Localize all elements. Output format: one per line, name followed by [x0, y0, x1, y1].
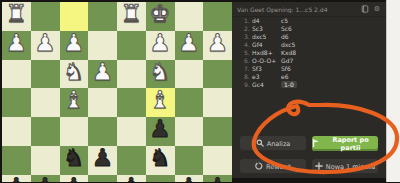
white-piece-b-f4: ♝	[60, 86, 89, 115]
white-piece-p-h2: ♟	[2, 29, 31, 58]
square-g1[interactable]	[31, 2, 60, 31]
square-e3[interactable]: ♟	[88, 60, 117, 89]
white-piece-p-g2: ♟	[31, 29, 60, 58]
square-f6[interactable]: ♞	[60, 146, 89, 175]
square-d5[interactable]	[117, 117, 146, 146]
square-f4[interactable]: ♝	[60, 88, 89, 117]
move-number: 1.	[244, 17, 252, 24]
white-piece-p-a2: ♟	[203, 29, 232, 58]
square-h5[interactable]	[2, 117, 31, 146]
square-e1[interactable]	[88, 2, 117, 31]
square-b3[interactable]	[175, 60, 204, 89]
white-piece-b-c4: ♝	[146, 86, 175, 115]
square-b7[interactable]: ♟	[175, 175, 204, 183]
analysis-button[interactable]: Analiza	[240, 136, 306, 151]
white-move[interactable]: Sf3	[252, 65, 281, 72]
square-g7[interactable]: ♟	[31, 175, 60, 183]
white-move[interactable]: dxc5	[252, 33, 281, 40]
square-h4[interactable]	[2, 88, 31, 117]
white-piece-r-h1: ♜	[2, 2, 31, 29]
white-move[interactable]: Gf4	[252, 41, 281, 48]
white-move[interactable]: O-O-O+	[252, 57, 281, 64]
square-d4[interactable]	[117, 88, 146, 117]
opening-name: Van Geet Opening: 1...c5 2.d4	[237, 6, 361, 13]
black-piece-p-c5: ♟	[146, 115, 175, 144]
square-d6[interactable]	[117, 146, 146, 175]
square-g6[interactable]	[31, 146, 60, 175]
report-button[interactable]: Raport po partii	[312, 136, 378, 151]
white-piece-p-e3: ♟	[88, 58, 117, 87]
square-b2[interactable]: ♟	[175, 31, 204, 60]
square-h6[interactable]	[2, 146, 31, 175]
square-b6[interactable]	[175, 146, 204, 175]
square-b4[interactable]	[175, 88, 204, 117]
square-c3[interactable]: ♞	[146, 60, 175, 89]
move-list: 1. d4 c5 2. Sc3 Sc6 3. dxc5 d6 4. Gf4 dx…	[232, 17, 386, 88]
square-c5[interactable]: ♟	[146, 117, 175, 146]
black-piece-p-g7: ♟	[31, 173, 60, 183]
square-f7[interactable]: ♟	[60, 175, 89, 183]
square-b5[interactable]	[175, 117, 204, 146]
square-g4[interactable]	[31, 88, 60, 117]
move-row: 1. d4 c5	[232, 17, 386, 25]
move-number: 7.	[244, 65, 252, 72]
black-move[interactable]: c5	[281, 17, 288, 24]
move-row: 4. Gf4 dxc5	[232, 41, 386, 49]
square-g3[interactable]	[31, 60, 60, 89]
white-piece-n-c3: ♞	[146, 58, 175, 87]
square-e5[interactable]	[88, 117, 117, 146]
opening-header: Van Geet Opening: 1...c5 2.d4 ⚙	[232, 2, 386, 17]
new-game-button[interactable]: Nowa 1 minuta	[312, 159, 378, 174]
square-g5[interactable]	[31, 117, 60, 146]
black-move[interactable]: Sc6	[281, 25, 292, 32]
black-piece-n-c6: ♞	[146, 144, 175, 173]
square-c2[interactable]: ♟	[146, 31, 175, 60]
white-move[interactable]: e3	[252, 73, 281, 80]
square-e6[interactable]: ♟	[88, 146, 117, 175]
move-number: 5.	[244, 49, 252, 56]
white-piece-p-f2: ♟	[60, 29, 89, 58]
square-d7[interactable]: ♝	[117, 175, 146, 183]
square-f2[interactable]: ♟	[60, 31, 89, 60]
move-row: 6. O-O-O+ Gd7	[232, 56, 386, 64]
square-h1[interactable]: ♜	[2, 2, 31, 31]
black-move[interactable]: dxc5	[281, 41, 295, 48]
move-row: 7. Sf3 Sf6	[232, 64, 386, 72]
white-piece-p-c2: ♟	[146, 29, 175, 58]
black-piece-p-e6: ♟	[88, 144, 117, 173]
black-piece-p-a7: ♟	[203, 173, 232, 183]
square-a2[interactable]: ♟	[203, 31, 232, 60]
black-move[interactable]: Gd7	[281, 57, 293, 64]
square-h3[interactable]	[2, 60, 31, 89]
black-piece-p-h7: ♟	[2, 173, 31, 183]
square-f3[interactable]: ♞	[60, 60, 89, 89]
square-d2[interactable]	[117, 31, 146, 60]
move-number: 2.	[244, 25, 252, 32]
report-label: Raport po partii	[323, 136, 378, 152]
white-move[interactable]: d4	[252, 17, 281, 24]
black-move[interactable]: d6	[281, 33, 289, 40]
rematch-label: Rewanż	[266, 163, 291, 171]
move-number: 4.	[244, 41, 252, 48]
square-e2[interactable]	[88, 31, 117, 60]
square-e4[interactable]	[88, 88, 117, 117]
restart-icon	[255, 162, 263, 172]
flag-icon	[312, 139, 320, 149]
analysis-label: Analiza	[267, 140, 291, 148]
move-row: 8. e3 e6	[232, 72, 386, 80]
page: { "game": "chess", "position": { "fen": …	[0, 0, 400, 182]
square-h7[interactable]: ♟	[2, 175, 31, 183]
settings-gear-icon[interactable]: ⚙	[373, 5, 381, 13]
black-piece-p-f7: ♟	[60, 173, 89, 183]
move-row: 3. dxc5 d6	[232, 33, 386, 41]
white-move[interactable]: Gc4	[252, 81, 281, 88]
action-buttons: Analiza Raport po partii Rewanż Nowa 1 m…	[240, 136, 378, 174]
page-gutter	[386, 0, 400, 182]
move-row: 2. Sc3 Sc6	[232, 25, 386, 33]
opening-book-icon[interactable]	[361, 5, 369, 13]
white-piece-p-b2: ♟	[175, 29, 204, 58]
square-e7[interactable]	[88, 175, 117, 183]
square-a6[interactable]	[203, 146, 232, 175]
black-move[interactable]: 1-0	[281, 81, 297, 88]
square-d3[interactable]	[117, 60, 146, 89]
square-c1[interactable]: ♚	[146, 2, 175, 31]
move-number: 8.	[244, 73, 252, 80]
white-piece-r-d1: ♜	[117, 2, 146, 29]
white-piece-n-f3: ♞	[60, 58, 89, 87]
sidebar-panel: Van Geet Opening: 1...c5 2.d4 ⚙ 1. d4 c5…	[232, 2, 386, 178]
chess-board: ♜♜♚♟♟♟♟♟♟♞♟♞♝♝♟♞♟♞♟♟♟♝♟♟	[2, 2, 232, 182]
square-d1[interactable]: ♜	[117, 2, 146, 31]
move-number: 9.	[244, 81, 252, 88]
white-piece-k-c1: ♚	[146, 2, 175, 29]
square-a7[interactable]: ♟	[203, 175, 232, 183]
square-b1[interactable]	[175, 2, 204, 31]
black-piece-b-d7: ♝	[117, 173, 146, 183]
rematch-button[interactable]: Rewanż	[240, 159, 306, 174]
move-row: 5. Hxd8+ Kxd8	[232, 49, 386, 57]
move-number: 6.	[244, 57, 252, 64]
black-piece-p-b7: ♟	[175, 173, 204, 183]
black-move[interactable]: Kxd8	[281, 49, 296, 56]
square-c6[interactable]: ♞	[146, 146, 175, 175]
square-a1[interactable]	[203, 2, 232, 31]
square-c4[interactable]: ♝	[146, 88, 175, 117]
white-move[interactable]: Sc3	[252, 25, 281, 32]
square-c7[interactable]	[146, 175, 175, 183]
square-a3[interactable]	[203, 60, 232, 89]
square-f5[interactable]	[60, 117, 89, 146]
black-move[interactable]: e6	[281, 73, 289, 80]
move-row: 9. Gc4 1-0	[232, 80, 386, 88]
white-move[interactable]: Hxd8+	[252, 49, 281, 56]
move-number: 3.	[244, 33, 252, 40]
plus-icon	[315, 162, 323, 172]
square-h2[interactable]: ♟	[2, 31, 31, 60]
magnifier-icon	[256, 139, 264, 149]
black-piece-n-f6: ♞	[60, 144, 89, 173]
square-a5[interactable]	[203, 117, 232, 146]
square-g2[interactable]: ♟	[31, 31, 60, 60]
black-move[interactable]: Sf6	[281, 65, 291, 72]
square-f1[interactable]	[60, 2, 89, 31]
new-game-label: Nowa 1 minuta	[326, 163, 375, 171]
square-a4[interactable]	[203, 88, 232, 117]
